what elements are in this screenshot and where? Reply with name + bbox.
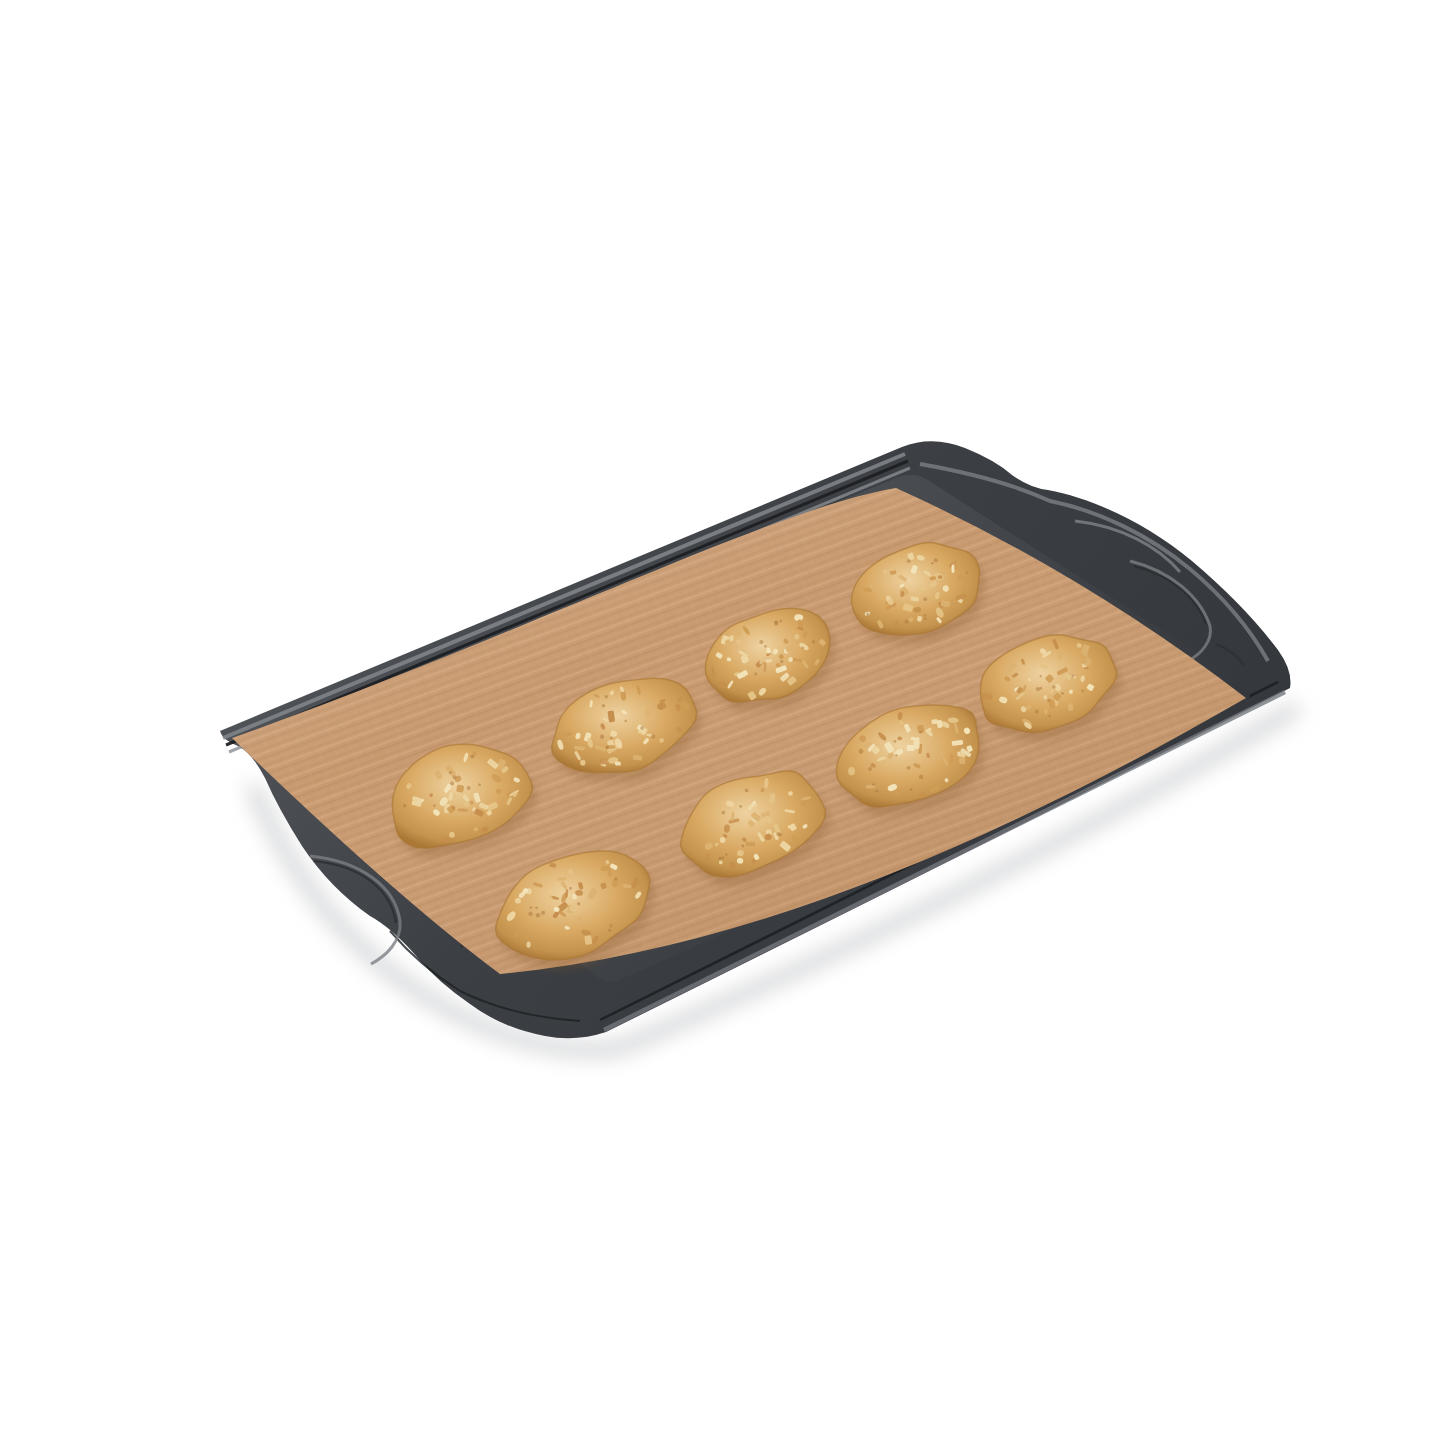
product-photo-canvas: [40, 16, 1445, 1445]
cookie-speck: [1061, 692, 1064, 695]
cookie-speck: [663, 699, 665, 701]
cookie-speck: [966, 571, 968, 573]
cookie-speck: [725, 853, 727, 855]
cookie-speck: [536, 913, 540, 917]
cookie-speck: [779, 833, 782, 836]
cookie-speck: [606, 746, 609, 749]
cookie-speck: [1052, 685, 1056, 689]
cookie-speck: [1040, 675, 1042, 677]
cookie-speck: [868, 767, 872, 771]
cookie-speck: [403, 804, 406, 807]
cookie-speck: [754, 673, 757, 676]
cookie-speck: [605, 695, 609, 699]
cookie-speck: [722, 857, 724, 859]
cookie-speck: [910, 788, 913, 791]
cookie-speck: [449, 771, 452, 774]
oat-flake: [456, 784, 464, 792]
cookie-speck: [779, 620, 782, 623]
cookie-speck: [872, 783, 875, 786]
cookie-speck: [610, 736, 613, 739]
oat-flake: [470, 801, 474, 805]
cookie-speck: [894, 740, 897, 743]
cookie-speck: [478, 783, 481, 786]
cookie-speck: [453, 775, 457, 779]
cookie-speck: [722, 811, 726, 815]
cookie-speck: [780, 660, 783, 663]
cookie-speck: [1036, 687, 1040, 691]
cookie-speck: [923, 597, 927, 601]
oat-flake: [600, 759, 607, 765]
cookie-speck: [1072, 674, 1075, 677]
cookie-speck: [907, 766, 911, 770]
oat-flake: [951, 564, 954, 572]
oat-flake: [960, 751, 966, 758]
cookie-speck: [924, 614, 927, 617]
oat-flake: [745, 842, 755, 847]
cookie-speck: [450, 781, 454, 785]
cookie-speck: [934, 558, 938, 562]
cookie-speck: [745, 789, 749, 793]
cookie-speck: [1035, 710, 1039, 714]
cookie-speck: [577, 902, 581, 906]
cookie-speck: [924, 617, 927, 620]
oat-flake: [907, 745, 915, 751]
cookie-speck: [452, 806, 455, 809]
bakeware-product-photo: [40, 16, 1445, 1445]
cookie-speck: [802, 647, 804, 649]
cookie-speck: [719, 857, 722, 860]
oat-flake: [633, 755, 643, 761]
oat-flake: [957, 574, 963, 580]
cookie-speck: [535, 906, 538, 909]
cookie-speck: [651, 734, 655, 738]
oat-flake: [1068, 703, 1074, 711]
oat-flake: [584, 935, 592, 945]
oat-flake: [615, 761, 621, 765]
cookie-speck: [866, 613, 870, 617]
cookie-speck: [875, 790, 878, 793]
cookie-speck: [764, 645, 767, 648]
cookie-speck: [569, 887, 572, 890]
cookie-speck: [919, 775, 923, 779]
oat-flake: [574, 746, 585, 751]
oat-flake: [940, 600, 950, 607]
cookie-speck: [470, 755, 474, 759]
cookie-speck: [528, 912, 532, 916]
cookie-speck: [812, 640, 815, 643]
cookie-speck: [640, 726, 644, 730]
cookie-speck: [895, 754, 898, 757]
cookie-speck: [467, 786, 471, 790]
cookie-speck: [625, 720, 628, 723]
cookie-speck: [774, 621, 778, 625]
cookie-speck: [530, 906, 533, 909]
cookie-speck: [600, 735, 604, 739]
cookie-speck: [615, 877, 618, 880]
cookie-speck: [919, 731, 922, 734]
cookie-speck: [1082, 689, 1085, 692]
cookie-speck: [433, 804, 436, 807]
cookie-speck: [905, 620, 909, 624]
cookie-speck: [541, 911, 545, 915]
oat-flake: [557, 877, 567, 881]
cookie-speck: [931, 562, 934, 565]
oat-flake: [959, 757, 966, 764]
oat-flake: [601, 866, 612, 871]
cookie-speck: [907, 559, 911, 563]
cookie-speck: [739, 805, 742, 808]
cookie-speck: [742, 845, 745, 848]
cookie-speck: [602, 704, 605, 707]
cookie-speck: [608, 929, 611, 932]
cookie-speck: [1049, 715, 1051, 717]
cookie-speck: [759, 640, 763, 644]
